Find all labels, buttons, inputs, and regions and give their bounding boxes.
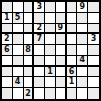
cell-r2c9[interactable] bbox=[88, 13, 99, 24]
cell-r1c8-given[interactable]: 9 bbox=[77, 2, 88, 13]
cell-r2c5[interactable] bbox=[45, 13, 56, 24]
cell-r7c9[interactable] bbox=[88, 67, 99, 78]
cell-r8c3[interactable] bbox=[24, 77, 35, 88]
cell-r1c6[interactable] bbox=[56, 2, 67, 13]
cell-r1c9[interactable] bbox=[88, 2, 99, 13]
sudoku-board: 39152927368416412 bbox=[0, 0, 101, 101]
cell-r7c5-given[interactable]: 1 bbox=[45, 67, 56, 78]
cell-r1c3[interactable] bbox=[24, 2, 35, 13]
cell-r8c5[interactable] bbox=[45, 77, 56, 88]
cell-r8c7-given[interactable]: 1 bbox=[67, 77, 78, 88]
cell-r2c2-given[interactable]: 5 bbox=[13, 13, 24, 24]
cell-r9c2[interactable] bbox=[13, 88, 24, 99]
cell-r7c1[interactable] bbox=[2, 67, 13, 78]
cell-r4c3[interactable] bbox=[24, 34, 35, 45]
sudoku-puzzle: 39152927368416412 bbox=[0, 0, 101, 101]
cell-r4c5[interactable] bbox=[45, 34, 56, 45]
cell-r8c8[interactable] bbox=[77, 77, 88, 88]
cell-r2c3[interactable] bbox=[24, 13, 35, 24]
cell-r9c5[interactable] bbox=[45, 88, 56, 99]
cell-r9c1[interactable] bbox=[2, 88, 13, 99]
cell-r5c4[interactable] bbox=[34, 45, 45, 56]
cell-r6c4[interactable] bbox=[34, 56, 45, 67]
cell-r9c9[interactable] bbox=[88, 88, 99, 99]
cell-r9c8[interactable] bbox=[77, 88, 88, 99]
cell-r8c9[interactable] bbox=[88, 77, 99, 88]
cell-r9c4[interactable] bbox=[34, 88, 45, 99]
cell-r4c6[interactable] bbox=[56, 34, 67, 45]
cell-r5c7[interactable] bbox=[67, 45, 78, 56]
cell-r3c9[interactable] bbox=[88, 24, 99, 35]
cell-r4c2[interactable] bbox=[13, 34, 24, 45]
cell-r6c8-given[interactable]: 4 bbox=[77, 56, 88, 67]
cell-r1c7[interactable] bbox=[67, 2, 78, 13]
cell-r4c9-given[interactable]: 3 bbox=[88, 34, 99, 45]
cell-r6c3[interactable] bbox=[24, 56, 35, 67]
cell-r1c4-given[interactable]: 3 bbox=[34, 2, 45, 13]
cell-r1c1[interactable] bbox=[2, 2, 13, 13]
cell-r3c6-given[interactable]: 9 bbox=[56, 24, 67, 35]
cell-r3c1[interactable] bbox=[2, 24, 13, 35]
cell-r5c8[interactable] bbox=[77, 45, 88, 56]
cell-r9c7[interactable] bbox=[67, 88, 78, 99]
cell-r6c9[interactable] bbox=[88, 56, 99, 67]
cell-r6c1[interactable] bbox=[2, 56, 13, 67]
cell-r7c6[interactable] bbox=[56, 67, 67, 78]
cell-r2c1-given[interactable]: 1 bbox=[2, 13, 13, 24]
cell-r1c2[interactable] bbox=[13, 2, 24, 13]
cell-r3c5[interactable] bbox=[45, 24, 56, 35]
cell-r5c9[interactable] bbox=[88, 45, 99, 56]
cell-r3c2[interactable] bbox=[13, 24, 24, 35]
cell-r8c6[interactable] bbox=[56, 77, 67, 88]
cell-r2c7[interactable] bbox=[67, 13, 78, 24]
cell-r5c1-given[interactable]: 6 bbox=[2, 45, 13, 56]
cell-r3c8[interactable] bbox=[77, 24, 88, 35]
cell-r6c5[interactable] bbox=[45, 56, 56, 67]
cell-r4c7[interactable] bbox=[67, 34, 78, 45]
cell-r3c3[interactable] bbox=[24, 24, 35, 35]
cell-r6c6[interactable] bbox=[56, 56, 67, 67]
cell-r7c7-given[interactable]: 6 bbox=[67, 67, 78, 78]
cell-r5c6[interactable] bbox=[56, 45, 67, 56]
cell-r9c6[interactable] bbox=[56, 88, 67, 99]
cell-r9c3-given[interactable]: 2 bbox=[24, 88, 35, 99]
cell-r2c4[interactable] bbox=[34, 13, 45, 24]
cell-r6c7[interactable] bbox=[67, 56, 78, 67]
cell-r3c7[interactable] bbox=[67, 24, 78, 35]
cell-r2c8[interactable] bbox=[77, 13, 88, 24]
cell-r8c2-given[interactable]: 4 bbox=[13, 77, 24, 88]
cell-r7c8[interactable] bbox=[77, 67, 88, 78]
cell-r8c1[interactable] bbox=[2, 77, 13, 88]
cell-r4c1-given[interactable]: 2 bbox=[2, 34, 13, 45]
cell-r6c2[interactable] bbox=[13, 56, 24, 67]
cell-r2c6[interactable] bbox=[56, 13, 67, 24]
cell-r7c2[interactable] bbox=[13, 67, 24, 78]
cell-r7c4[interactable] bbox=[34, 67, 45, 78]
cell-r5c5[interactable] bbox=[45, 45, 56, 56]
cell-r1c5[interactable] bbox=[45, 2, 56, 13]
cell-r8c4[interactable] bbox=[34, 77, 45, 88]
cell-r3c4-given[interactable]: 2 bbox=[34, 24, 45, 35]
cell-r4c4-given[interactable]: 7 bbox=[34, 34, 45, 45]
cell-r5c2[interactable] bbox=[13, 45, 24, 56]
cell-r4c8[interactable] bbox=[77, 34, 88, 45]
cell-r5c3-given[interactable]: 8 bbox=[24, 45, 35, 56]
cell-r7c3[interactable] bbox=[24, 67, 35, 78]
